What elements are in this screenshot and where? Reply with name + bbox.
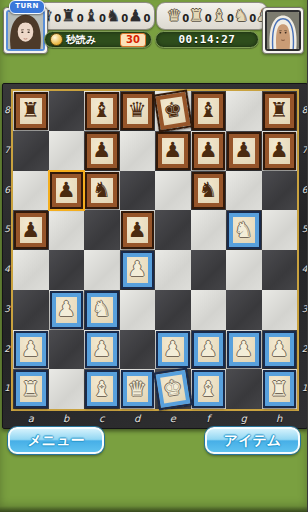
avatar-portrait-woman — [6, 10, 45, 51]
black-bishop-tile[interactable]: ♝ — [85, 92, 119, 130]
captured-white-bishop: ♝0 — [212, 7, 234, 25]
square-e5[interactable] — [155, 210, 191, 250]
black-pawn-tile[interactable]: ♟ — [14, 211, 48, 249]
white-pawn-tile[interactable]: ♟ — [85, 331, 119, 369]
square-c6[interactable]: ♞ — [84, 171, 120, 211]
rank-label-right-4: 4 — [300, 264, 308, 274]
square-g4[interactable] — [226, 250, 262, 290]
white-bishop-icon: ♝ — [199, 379, 218, 400]
black-pawn-tile[interactable]: ♟ — [192, 132, 226, 170]
white-pawn-icon: ♟ — [128, 259, 147, 280]
rank-label-right-5: 5 — [300, 224, 308, 234]
square-e4[interactable] — [155, 250, 191, 290]
file-label-e: e — [155, 413, 191, 424]
bottom-shade — [0, 506, 307, 512]
knight-icon: ♞ — [234, 7, 248, 25]
white-pawn-icon: ♟ — [270, 339, 289, 360]
black-knight-icon: ♞ — [92, 180, 111, 201]
rank-label-right-7: 7 — [300, 145, 308, 155]
square-e3[interactable] — [155, 290, 191, 330]
captured-black-knight: ♞0 — [106, 7, 128, 25]
rank-label-left-1: 1 — [2, 383, 12, 393]
pawn-icon: ♟ — [128, 7, 142, 25]
square-b7[interactable] — [49, 131, 85, 171]
white-knight-icon: ♞ — [92, 299, 111, 320]
rank-label-left-5: 5 — [2, 224, 12, 234]
square-b2[interactable] — [49, 330, 85, 370]
white-pawn-tile[interactable]: ♟ — [192, 331, 226, 369]
avatar-portrait-nun — [265, 10, 301, 51]
black-pawn-icon: ♟ — [163, 140, 182, 161]
black-rook-icon: ♜ — [270, 100, 289, 121]
rank-label-left-3: 3 — [2, 304, 12, 314]
captured-count: 0 — [54, 13, 61, 25]
square-e6[interactable] — [155, 171, 191, 211]
square-h4[interactable] — [262, 250, 298, 290]
square-f2[interactable]: ♟ — [191, 330, 227, 370]
file-label-a: a — [13, 413, 49, 424]
queen-icon: ♛ — [167, 7, 181, 25]
chess-board[interactable]: ♜♝♛♚♝♜♟♟♟♟♟♟♞♞♟♟♞♟♟♞♟♟♟♟♟♟♜♝♛♚♝♜ — [13, 91, 297, 409]
rank-label-left-6: 6 — [2, 185, 12, 195]
white-king-tile[interactable]: ♚ — [153, 368, 192, 411]
square-f3[interactable] — [191, 290, 227, 330]
square-h6[interactable] — [262, 171, 298, 211]
file-label-f: f — [191, 413, 227, 424]
white-bishop-tile[interactable]: ♝ — [192, 370, 226, 408]
file-label-h: h — [262, 413, 298, 424]
white-rook-icon: ♜ — [21, 379, 40, 400]
white-pawn-tile[interactable]: ♟ — [156, 331, 190, 369]
byoyomi-label: 秒読み — [66, 33, 96, 47]
rank-label-right-2: 2 — [300, 344, 308, 354]
white-pawn-icon: ♟ — [57, 299, 76, 320]
rank-label-left-2: 2 — [2, 344, 12, 354]
square-d1[interactable]: ♛ — [120, 369, 156, 409]
square-h1[interactable]: ♜ — [262, 369, 298, 409]
knight-icon: ♞ — [106, 7, 120, 25]
square-g3[interactable] — [226, 290, 262, 330]
black-knight-tile[interactable]: ♞ — [85, 172, 119, 210]
black-pawn-icon: ♟ — [57, 180, 76, 201]
square-b6[interactable]: ♟ — [49, 171, 85, 211]
white-pawn-tile[interactable]: ♟ — [227, 331, 261, 369]
square-h5[interactable] — [262, 210, 298, 250]
square-g5[interactable]: ♞ — [226, 210, 262, 250]
square-c2[interactable]: ♟ — [84, 330, 120, 370]
rank-label-right-6: 6 — [300, 185, 308, 195]
square-d5[interactable]: ♟ — [120, 210, 156, 250]
white-pawn-icon: ♟ — [163, 339, 182, 360]
bishop-icon: ♝ — [84, 7, 98, 25]
black-rook-tile[interactable]: ♜ — [14, 92, 48, 130]
black-queen-tile[interactable]: ♛ — [121, 92, 155, 130]
square-h8[interactable]: ♜ — [262, 91, 298, 131]
board-frame: ♜♝♛♚♝♜♟♟♟♟♟♟♞♞♟♟♞♟♟♞♟♟♟♟♟♟♜♝♛♚♝♜ 8877665… — [2, 83, 307, 429]
square-f4[interactable] — [191, 250, 227, 290]
file-label-b: b — [49, 413, 85, 424]
square-h7[interactable]: ♟ — [262, 131, 298, 171]
square-h3[interactable] — [262, 290, 298, 330]
square-a4[interactable] — [13, 250, 49, 290]
square-b3[interactable]: ♟ — [49, 290, 85, 330]
white-pawn-icon: ♟ — [199, 339, 218, 360]
white-knight-icon: ♞ — [234, 220, 253, 241]
captured-count: 0 — [205, 13, 212, 25]
square-f8[interactable]: ♝ — [191, 91, 227, 131]
square-a3[interactable] — [13, 290, 49, 330]
white-rook-icon: ♜ — [270, 379, 289, 400]
turn-badge: TURN — [9, 0, 45, 14]
captured-count: 0 — [121, 13, 128, 25]
captured-black-rook: ♜0 — [61, 7, 83, 25]
clock-icon — [50, 33, 63, 46]
square-h2[interactable]: ♟ — [262, 330, 298, 370]
white-bishop-icon: ♝ — [92, 379, 111, 400]
captured-count: 0 — [99, 13, 106, 25]
square-g1[interactable] — [226, 369, 262, 409]
square-a7[interactable] — [13, 131, 49, 171]
square-d7[interactable] — [120, 131, 156, 171]
square-e7[interactable]: ♟ — [155, 131, 191, 171]
rook-icon: ♜ — [189, 7, 203, 25]
black-pawn-tile[interactable]: ♟ — [50, 172, 84, 210]
rank-label-right-8: 8 — [300, 105, 308, 115]
white-pawn-icon: ♟ — [21, 339, 40, 360]
black-pawn-icon: ♟ — [199, 140, 218, 161]
square-d4[interactable]: ♟ — [120, 250, 156, 290]
square-a2[interactable]: ♟ — [13, 330, 49, 370]
white-pawn-icon: ♟ — [234, 339, 253, 360]
captured-count: 0 — [249, 13, 256, 25]
white-bishop-tile[interactable]: ♝ — [85, 370, 119, 408]
square-f1[interactable]: ♝ — [191, 369, 227, 409]
square-a6[interactable] — [13, 171, 49, 211]
square-f6[interactable]: ♞ — [191, 171, 227, 211]
white-pawn-tile[interactable]: ♟ — [14, 331, 48, 369]
square-d8[interactable]: ♛ — [120, 91, 156, 131]
square-f5[interactable] — [191, 210, 227, 250]
rank-label-right-3: 3 — [300, 304, 308, 314]
captured-count: 0 — [77, 13, 84, 25]
captured-white-rook: ♜0 — [189, 7, 211, 25]
black-bishop-icon: ♝ — [199, 100, 218, 121]
byoyomi-countdown-value: 30 — [120, 33, 146, 47]
black-pawn-tile[interactable]: ♟ — [156, 132, 190, 170]
rank-label-left-8: 8 — [2, 105, 12, 115]
black-pawn-tile[interactable]: ♟ — [85, 132, 119, 170]
white-pawn-tile[interactable]: ♟ — [50, 291, 84, 329]
square-b4[interactable] — [49, 250, 85, 290]
square-c1[interactable]: ♝ — [84, 369, 120, 409]
square-g6[interactable] — [226, 171, 262, 211]
square-c3[interactable]: ♞ — [84, 290, 120, 330]
white-pawn-icon: ♟ — [92, 339, 111, 360]
player-avatar-white — [3, 7, 48, 54]
square-a1[interactable]: ♜ — [13, 369, 49, 409]
black-pawn-tile[interactable]: ♟ — [263, 132, 297, 170]
black-knight-icon: ♞ — [199, 180, 218, 201]
black-king-icon: ♚ — [162, 99, 184, 123]
rank-label-right-1: 1 — [300, 383, 308, 393]
black-pawn-icon: ♟ — [21, 220, 40, 241]
square-g2[interactable]: ♟ — [226, 330, 262, 370]
square-b1[interactable] — [49, 369, 85, 409]
square-c8[interactable]: ♝ — [84, 91, 120, 131]
captured-tray-white: ♛0♜0♝0♞0♟0 — [156, 2, 268, 30]
square-f7[interactable]: ♟ — [191, 131, 227, 171]
captured-count: 0 — [227, 13, 234, 25]
square-e1[interactable]: ♚ — [155, 369, 191, 409]
bishop-icon: ♝ — [212, 7, 226, 25]
square-e2[interactable]: ♟ — [155, 330, 191, 370]
black-pawn-icon: ♟ — [128, 220, 147, 241]
square-b5[interactable] — [49, 210, 85, 250]
black-queen-icon: ♛ — [128, 100, 147, 121]
white-knight-tile[interactable]: ♞ — [227, 211, 261, 249]
square-a8[interactable]: ♜ — [13, 91, 49, 131]
white-king-icon: ♚ — [162, 377, 184, 401]
main-clock-value: 00:14:27 — [179, 33, 236, 46]
black-king-tile[interactable]: ♚ — [153, 90, 192, 133]
player-avatar-black — [262, 7, 304, 54]
black-pawn-icon: ♟ — [234, 140, 253, 161]
captured-black-bishop: ♝0 — [84, 7, 106, 25]
chess-app-screen: ♛0♜0♝0♞0♟0 ♛0♜0♝0♞0♟0 TURN — [0, 0, 307, 512]
square-c7[interactable]: ♟ — [84, 131, 120, 171]
black-bishop-icon: ♝ — [92, 100, 111, 121]
captured-count: 0 — [182, 13, 189, 25]
square-b8[interactable] — [49, 91, 85, 131]
captured-white-queen: ♛0 — [167, 7, 189, 25]
item-button[interactable]: アイテム — [205, 427, 300, 454]
white-rook-tile[interactable]: ♜ — [263, 370, 297, 408]
black-pawn-icon: ♟ — [270, 140, 289, 161]
file-label-c: c — [84, 413, 120, 424]
black-rook-tile[interactable]: ♜ — [263, 92, 297, 130]
captured-count: 0 — [144, 13, 151, 25]
white-queen-icon: ♛ — [128, 379, 147, 400]
square-c5[interactable] — [84, 210, 120, 250]
file-label-g: g — [226, 413, 262, 424]
square-g8[interactable] — [226, 91, 262, 131]
captured-black-pawn: ♟0 — [128, 7, 150, 25]
square-d6[interactable] — [120, 171, 156, 211]
main-clock: 00:14:27 — [155, 31, 259, 48]
black-pawn-tile[interactable]: ♟ — [227, 132, 261, 170]
square-a5[interactable]: ♟ — [13, 210, 49, 250]
square-e8[interactable]: ♚ — [155, 91, 191, 131]
black-pawn-tile[interactable]: ♟ — [121, 211, 155, 249]
white-queen-tile[interactable]: ♛ — [121, 370, 155, 408]
white-rook-tile[interactable]: ♜ — [14, 370, 48, 408]
rank-label-left-7: 7 — [2, 145, 12, 155]
square-c4[interactable] — [84, 250, 120, 290]
byoyomi-timer: 秒読み 30 — [44, 31, 152, 48]
white-pawn-tile[interactable]: ♟ — [121, 251, 155, 289]
white-pawn-tile[interactable]: ♟ — [263, 331, 297, 369]
black-rook-icon: ♜ — [21, 100, 40, 121]
black-knight-tile[interactable]: ♞ — [192, 172, 226, 210]
captured-white-knight: ♞0 — [234, 7, 256, 25]
square-g7[interactable]: ♟ — [226, 131, 262, 171]
rook-icon: ♜ — [61, 7, 75, 25]
square-d3[interactable] — [120, 290, 156, 330]
black-bishop-tile[interactable]: ♝ — [192, 92, 226, 130]
menu-button[interactable]: メニュー — [8, 427, 104, 454]
file-label-d: d — [120, 413, 156, 424]
white-knight-tile[interactable]: ♞ — [85, 291, 119, 329]
rank-label-left-4: 4 — [2, 264, 12, 274]
black-pawn-icon: ♟ — [92, 140, 111, 161]
square-d2[interactable] — [120, 330, 156, 370]
